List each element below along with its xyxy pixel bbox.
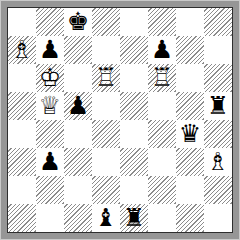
- square-c1: [64, 204, 92, 232]
- square-a1: [8, 204, 36, 232]
- square-g4: ♛: [176, 120, 204, 148]
- black-rook-glyph: ♜: [204, 92, 232, 120]
- square-f3: [148, 148, 176, 176]
- square-d3: [92, 148, 120, 176]
- square-h8: [204, 8, 232, 36]
- white-king-outline: ♔: [36, 64, 64, 92]
- square-b1: [36, 204, 64, 232]
- black-pawn: ♟: [148, 36, 176, 64]
- white-rook: ♜♖: [92, 64, 120, 92]
- square-c7: [64, 36, 92, 64]
- square-b6: ♚♔: [36, 64, 64, 92]
- square-b4: [36, 120, 64, 148]
- black-pawn-glyph: ♟: [36, 148, 64, 176]
- square-b5: ♛♕: [36, 92, 64, 120]
- square-a5: [8, 92, 36, 120]
- black-rook: ♜: [120, 204, 148, 232]
- square-c2: [64, 176, 92, 204]
- black-rook: ♜: [204, 92, 232, 120]
- black-rook-glyph: ♜: [120, 204, 148, 232]
- white-rook-outline: ♖: [148, 64, 176, 92]
- black-pawn: ♟: [36, 36, 64, 64]
- black-queen-glyph: ♛: [176, 120, 204, 148]
- white-bishop: ♝♗: [204, 148, 232, 176]
- white-bishop: ♝♗: [8, 36, 36, 64]
- square-g8: [176, 8, 204, 36]
- square-a7: ♝♗: [8, 36, 36, 64]
- square-g3: [176, 148, 204, 176]
- square-f4: [148, 120, 176, 148]
- square-f8: [148, 8, 176, 36]
- black-pawn-glyph: ♟: [148, 36, 176, 64]
- square-g6: [176, 64, 204, 92]
- square-d2: [92, 176, 120, 204]
- square-g2: [176, 176, 204, 204]
- square-c8: ♚: [64, 8, 92, 36]
- square-f2: [148, 176, 176, 204]
- square-d1: ♝: [92, 204, 120, 232]
- black-king: ♚: [64, 8, 92, 36]
- square-d6: ♜♖: [92, 64, 120, 92]
- square-d5: [92, 92, 120, 120]
- black-king-glyph: ♚: [64, 8, 92, 36]
- square-e7: [120, 36, 148, 64]
- square-e3: [120, 148, 148, 176]
- square-c4: [64, 120, 92, 148]
- square-e1: ♜: [120, 204, 148, 232]
- square-a2: [8, 176, 36, 204]
- square-e8: [120, 8, 148, 36]
- square-e4: [120, 120, 148, 148]
- square-h7: [204, 36, 232, 64]
- square-h3: ♝♗: [204, 148, 232, 176]
- square-f6: ♜♖: [148, 64, 176, 92]
- square-b3: ♟: [36, 148, 64, 176]
- square-d8: [92, 8, 120, 36]
- black-bishop-glyph: ♝: [92, 204, 120, 232]
- square-f7: ♟: [148, 36, 176, 64]
- board-frame: ♚♝♗♟♟♚♔♜♖♜♖♛♕♟♜♛♟♝♗♝♜: [0, 0, 240, 240]
- square-h5: ♜: [204, 92, 232, 120]
- square-b8: [36, 8, 64, 36]
- square-g1: [176, 204, 204, 232]
- chess-board: ♚♝♗♟♟♚♔♜♖♜♖♛♕♟♜♛♟♝♗♝♜: [7, 7, 233, 233]
- black-queen: ♛: [176, 120, 204, 148]
- white-queen: ♛♕: [36, 92, 64, 120]
- square-a3: [8, 148, 36, 176]
- square-h6: [204, 64, 232, 92]
- square-a4: [8, 120, 36, 148]
- square-e6: [120, 64, 148, 92]
- white-rook-outline: ♖: [92, 64, 120, 92]
- square-a6: [8, 64, 36, 92]
- square-b2: [36, 176, 64, 204]
- square-e5: [120, 92, 148, 120]
- square-b7: ♟: [36, 36, 64, 64]
- black-bishop: ♝: [92, 204, 120, 232]
- square-c6: [64, 64, 92, 92]
- square-d4: [92, 120, 120, 148]
- square-f1: [148, 204, 176, 232]
- white-bishop-outline: ♗: [8, 36, 36, 64]
- square-h1: [204, 204, 232, 232]
- black-pawn: ♟: [64, 92, 92, 120]
- square-d7: [92, 36, 120, 64]
- square-f5: [148, 92, 176, 120]
- white-bishop-outline: ♗: [204, 148, 232, 176]
- square-h2: [204, 176, 232, 204]
- square-g5: [176, 92, 204, 120]
- square-e2: [120, 176, 148, 204]
- square-h4: [204, 120, 232, 148]
- black-pawn: ♟: [36, 148, 64, 176]
- white-queen-outline: ♕: [36, 92, 64, 120]
- white-king: ♚♔: [36, 64, 64, 92]
- black-pawn-glyph: ♟: [36, 36, 64, 64]
- black-pawn-glyph: ♟: [64, 92, 92, 120]
- square-c5: ♟: [64, 92, 92, 120]
- square-c3: [64, 148, 92, 176]
- square-g7: [176, 36, 204, 64]
- square-a8: [8, 8, 36, 36]
- white-rook: ♜♖: [148, 64, 176, 92]
